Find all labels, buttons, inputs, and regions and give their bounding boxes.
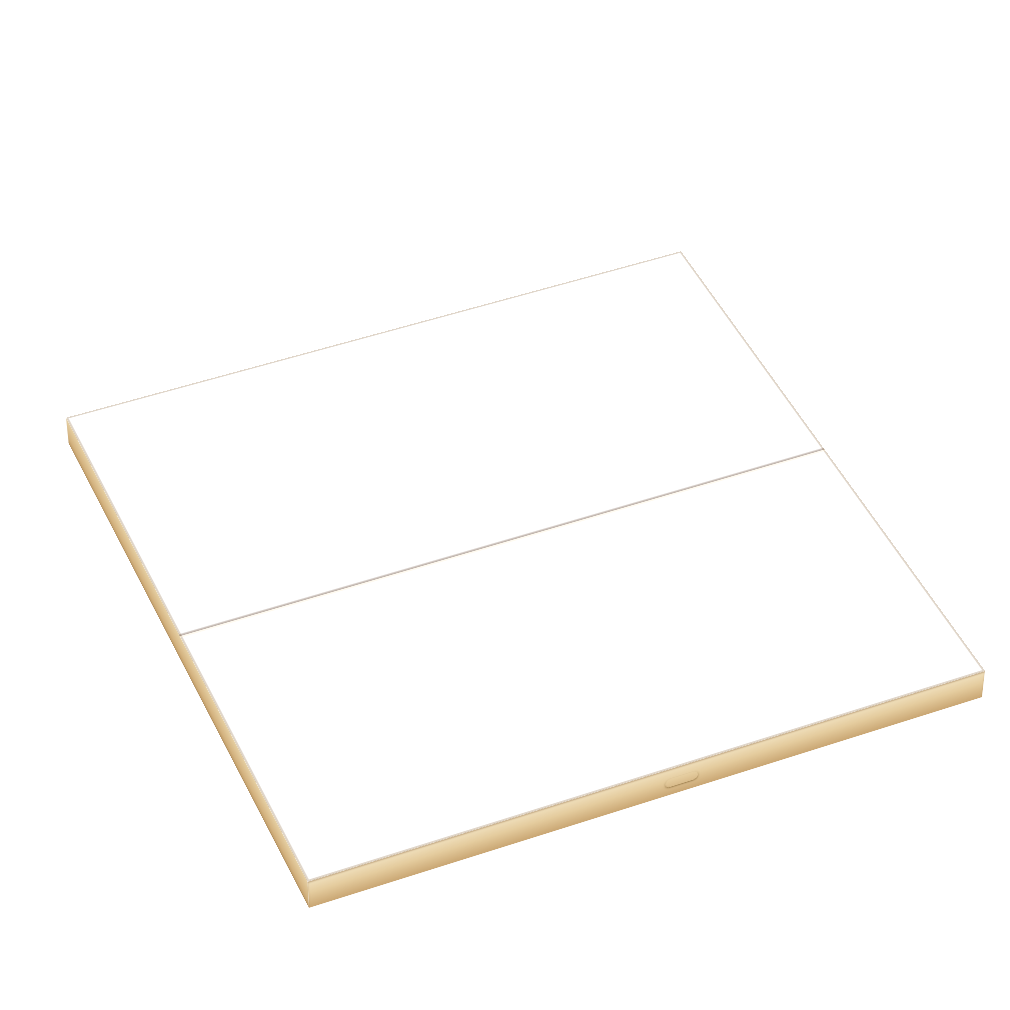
board-field <box>153 305 888 808</box>
board-top <box>66 251 985 881</box>
product-photo-scene <box>0 0 1010 1010</box>
chess-box <box>66 251 985 881</box>
